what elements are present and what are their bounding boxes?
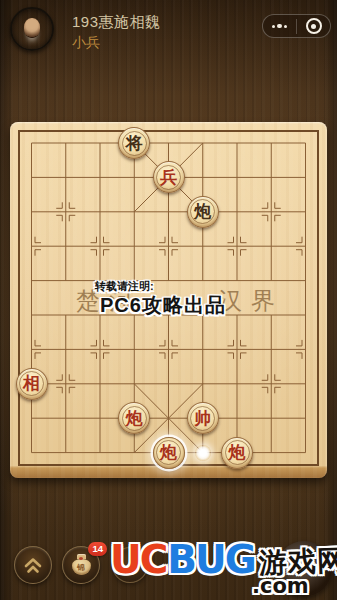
level-title: 193惠施相魏 (72, 13, 161, 32)
wechat-capsule (262, 14, 331, 38)
move-hint-dot[interactable] (195, 445, 211, 461)
piece-glyph: 炮 (229, 444, 246, 461)
close-button[interactable] (297, 15, 330, 37)
piece-glyph: 帅 (194, 410, 211, 427)
piece-red-cannon-right[interactable]: 炮 (221, 437, 253, 469)
more-dots-icon (272, 24, 288, 29)
player-avatar[interactable] (10, 7, 54, 51)
xiangqi-app-screen: 193惠施相魏 小兵 楚河 汉界 将兵炮相炮帅炮炮 转载请注明: PC6攻略出品… (0, 0, 337, 600)
piece-glyph: 炮 (194, 203, 211, 220)
piece-black-cannon[interactable]: 炮 (187, 196, 219, 228)
chevron-up-icon (23, 557, 43, 574)
piece-glyph: 炮 (126, 410, 143, 427)
piece-black-general[interactable]: 将 (118, 127, 150, 159)
piece-glyph: 炮 (160, 444, 177, 461)
piece-red-cannon-left[interactable]: 炮 (118, 402, 150, 434)
piece-glyph: 兵 (160, 169, 177, 186)
logo-bug: BUG (167, 538, 254, 583)
xiangqi-board[interactable]: 楚河 汉界 将兵炮相炮帅炮炮 转载请注明: PC6攻略出品 (10, 122, 327, 478)
piece-glyph: 将 (126, 135, 143, 152)
piece-red-cannon-selected[interactable]: 炮 (153, 437, 185, 469)
piece-red-elephant[interactable]: 相 (16, 368, 48, 400)
collapse-menu-button[interactable] (14, 546, 52, 584)
hint-count-badge: 14 (88, 542, 107, 556)
logo-uc: UC (110, 538, 166, 583)
piece-glyph: 相 (23, 375, 40, 392)
circle-dot-icon (306, 18, 322, 34)
watermark-brand: PC6攻略出品 (100, 292, 226, 319)
hint-bag-button[interactable]: 锦 14 (62, 546, 100, 584)
money-bag-icon: 锦 (72, 559, 91, 575)
logo-com: .com (252, 574, 309, 598)
player-rank-label: 小兵 (72, 34, 100, 52)
more-button[interactable] (263, 15, 296, 37)
piece-red-soldier[interactable]: 兵 (153, 161, 185, 193)
piece-red-general[interactable]: 帅 (187, 402, 219, 434)
